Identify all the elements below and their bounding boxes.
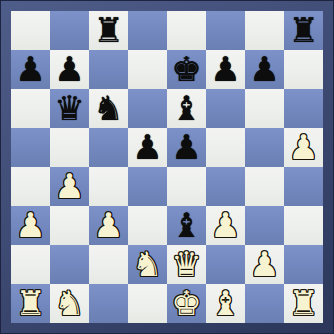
white-pawn-icon[interactable]: ♟: [15, 206, 45, 245]
square-c5[interactable]: [89, 128, 128, 167]
square-d4[interactable]: [128, 167, 167, 206]
square-g6[interactable]: [245, 89, 284, 128]
white-pawn-icon[interactable]: ♟: [210, 206, 240, 245]
square-a6[interactable]: [11, 89, 50, 128]
square-d1[interactable]: [128, 284, 167, 323]
square-f6[interactable]: [206, 89, 245, 128]
square-e1[interactable]: ♚: [167, 284, 206, 323]
square-b5[interactable]: [50, 128, 89, 167]
black-bishop-icon[interactable]: ♝: [171, 206, 201, 245]
square-h4[interactable]: [284, 167, 323, 206]
white-rook-icon[interactable]: ♜: [288, 284, 318, 323]
black-king-icon[interactable]: ♚: [171, 50, 201, 89]
square-e2[interactable]: ♛: [167, 245, 206, 284]
square-c8[interactable]: ♜: [89, 11, 128, 50]
square-a5[interactable]: [11, 128, 50, 167]
square-e6[interactable]: ♝: [167, 89, 206, 128]
square-a4[interactable]: [11, 167, 50, 206]
white-king-icon[interactable]: ♚: [171, 284, 201, 323]
square-h2[interactable]: [284, 245, 323, 284]
black-pawn-icon[interactable]: ♟: [249, 50, 279, 89]
square-c6[interactable]: ♞: [89, 89, 128, 128]
square-f5[interactable]: [206, 128, 245, 167]
square-g2[interactable]: ♟: [245, 245, 284, 284]
square-g8[interactable]: [245, 11, 284, 50]
square-a8[interactable]: [11, 11, 50, 50]
white-bishop-icon[interactable]: ♝: [210, 284, 240, 323]
square-a1[interactable]: ♜: [11, 284, 50, 323]
square-b6[interactable]: ♛: [50, 89, 89, 128]
square-a7[interactable]: ♟: [11, 50, 50, 89]
square-b3[interactable]: [50, 206, 89, 245]
black-rook-icon[interactable]: ♜: [288, 11, 318, 50]
square-e8[interactable]: [167, 11, 206, 50]
black-pawn-icon[interactable]: ♟: [15, 50, 45, 89]
square-f8[interactable]: [206, 11, 245, 50]
square-c2[interactable]: [89, 245, 128, 284]
chess-board: ♜♜♟♟♚♟♟♛♞♝♟♟♟♟♟♟♝♟♞♛♟♜♞♚♝♜: [11, 11, 323, 323]
square-f3[interactable]: ♟: [206, 206, 245, 245]
black-rook-icon[interactable]: ♜: [93, 11, 123, 50]
board-frame: ♜♜♟♟♚♟♟♛♞♝♟♟♟♟♟♟♝♟♞♛♟♜♞♚♝♜: [0, 0, 334, 334]
square-g3[interactable]: [245, 206, 284, 245]
black-pawn-icon[interactable]: ♟: [210, 50, 240, 89]
square-f7[interactable]: ♟: [206, 50, 245, 89]
square-d6[interactable]: [128, 89, 167, 128]
black-pawn-icon[interactable]: ♟: [171, 128, 201, 167]
black-knight-icon[interactable]: ♞: [93, 89, 123, 128]
square-g1[interactable]: [245, 284, 284, 323]
black-bishop-icon[interactable]: ♝: [171, 89, 201, 128]
black-queen-icon[interactable]: ♛: [54, 89, 84, 128]
square-e5[interactable]: ♟: [167, 128, 206, 167]
square-b4[interactable]: ♟: [50, 167, 89, 206]
square-f2[interactable]: [206, 245, 245, 284]
square-d7[interactable]: [128, 50, 167, 89]
square-d3[interactable]: [128, 206, 167, 245]
square-b7[interactable]: ♟: [50, 50, 89, 89]
square-g5[interactable]: [245, 128, 284, 167]
white-knight-icon[interactable]: ♞: [132, 245, 162, 284]
square-g7[interactable]: ♟: [245, 50, 284, 89]
square-b1[interactable]: ♞: [50, 284, 89, 323]
square-a2[interactable]: [11, 245, 50, 284]
square-h3[interactable]: [284, 206, 323, 245]
square-b2[interactable]: [50, 245, 89, 284]
white-pawn-icon[interactable]: ♟: [249, 245, 279, 284]
square-d2[interactable]: ♞: [128, 245, 167, 284]
square-h5[interactable]: ♟: [284, 128, 323, 167]
square-h1[interactable]: ♜: [284, 284, 323, 323]
square-f4[interactable]: [206, 167, 245, 206]
square-h6[interactable]: [284, 89, 323, 128]
square-d5[interactable]: ♟: [128, 128, 167, 167]
square-e3[interactable]: ♝: [167, 206, 206, 245]
square-f1[interactable]: ♝: [206, 284, 245, 323]
white-queen-icon[interactable]: ♛: [171, 245, 201, 284]
square-c7[interactable]: [89, 50, 128, 89]
square-g4[interactable]: [245, 167, 284, 206]
square-h7[interactable]: [284, 50, 323, 89]
square-d8[interactable]: [128, 11, 167, 50]
square-h8[interactable]: ♜: [284, 11, 323, 50]
square-b8[interactable]: [50, 11, 89, 50]
black-pawn-icon[interactable]: ♟: [54, 50, 84, 89]
white-knight-icon[interactable]: ♞: [54, 284, 84, 323]
white-pawn-icon[interactable]: ♟: [93, 206, 123, 245]
square-c3[interactable]: ♟: [89, 206, 128, 245]
white-pawn-icon[interactable]: ♟: [54, 167, 84, 206]
square-c4[interactable]: [89, 167, 128, 206]
white-pawn-icon[interactable]: ♟: [288, 128, 318, 167]
square-c1[interactable]: [89, 284, 128, 323]
black-pawn-icon[interactable]: ♟: [132, 128, 162, 167]
square-e7[interactable]: ♚: [167, 50, 206, 89]
square-a3[interactable]: ♟: [11, 206, 50, 245]
white-rook-icon[interactable]: ♜: [15, 284, 45, 323]
square-e4[interactable]: [167, 167, 206, 206]
